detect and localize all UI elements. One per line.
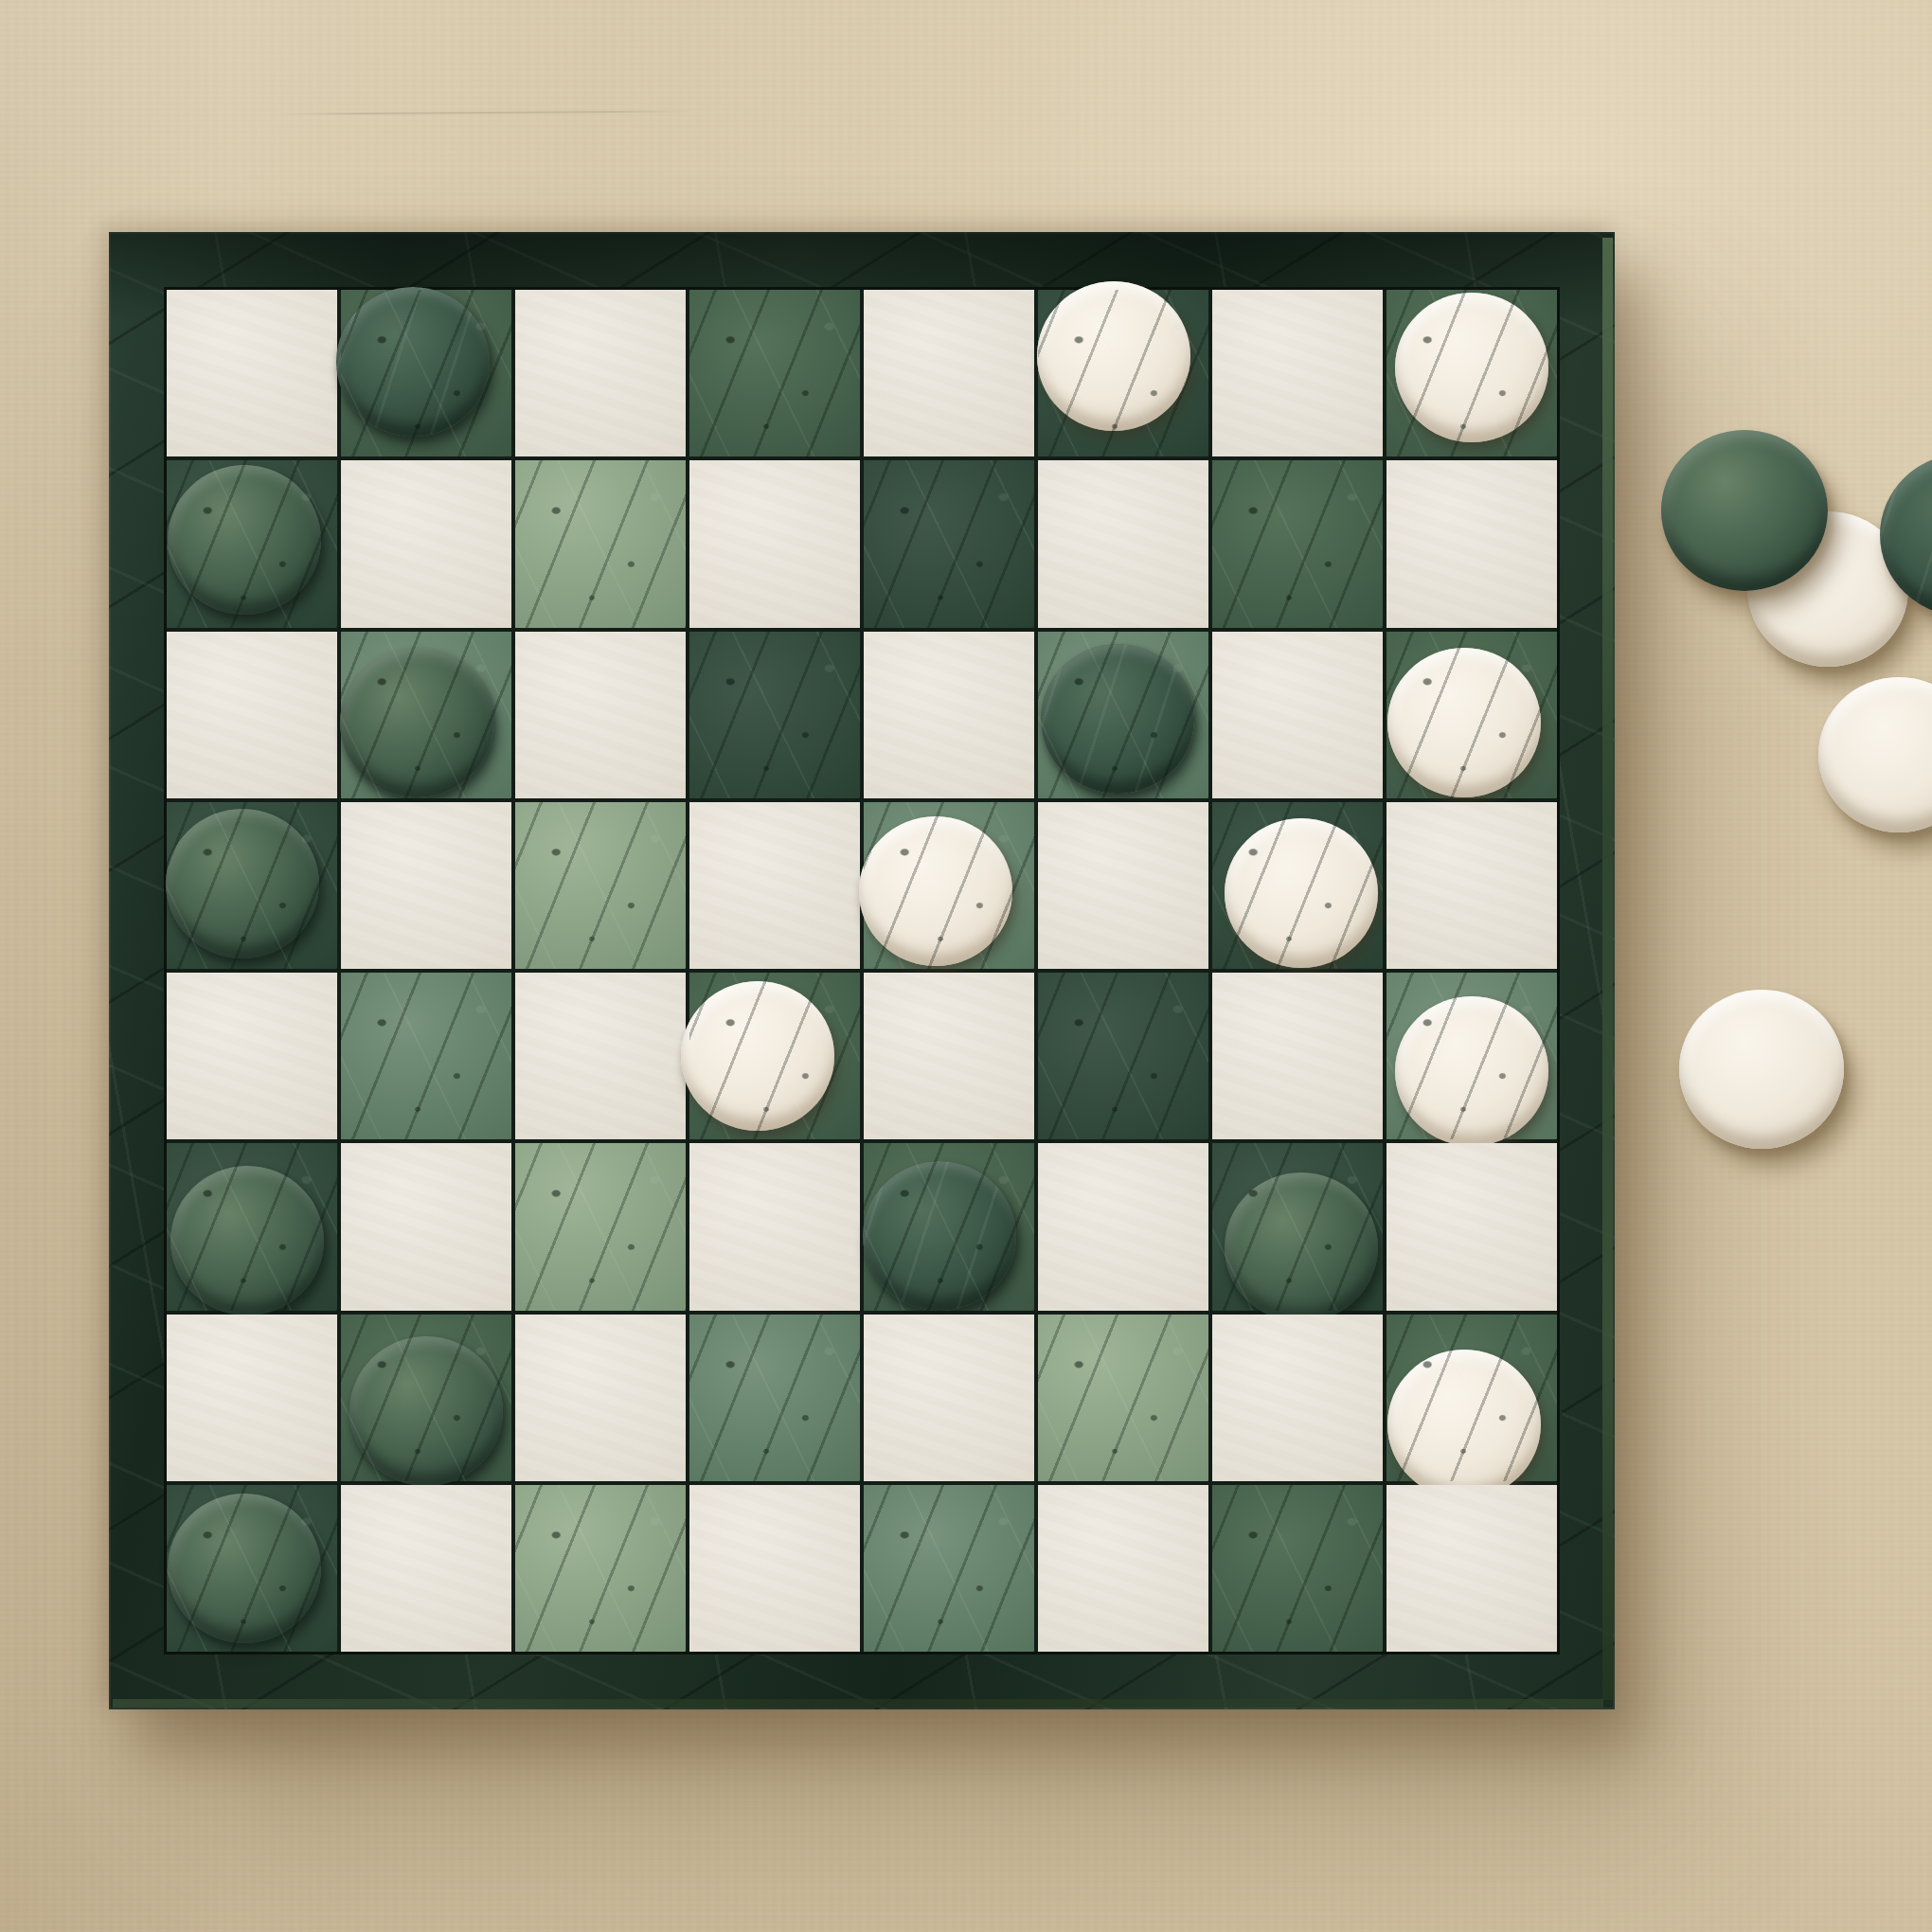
- square-r8c8: [1386, 1485, 1557, 1652]
- square-r6c8: [1386, 1143, 1557, 1310]
- square-r2c6: [1038, 460, 1208, 627]
- square-r7c8[interactable]: [1386, 1315, 1557, 1481]
- square-r1c5: [864, 290, 1034, 456]
- square-r3c3: [515, 632, 686, 798]
- square-r4c6: [1038, 802, 1208, 969]
- square-r6c4: [689, 1143, 860, 1310]
- square-r6c2: [341, 1143, 511, 1310]
- green-checker[interactable]: [170, 1166, 324, 1315]
- square-r8c1[interactable]: [167, 1485, 337, 1652]
- white-checker[interactable]: [1395, 293, 1548, 442]
- square-r1c8[interactable]: [1386, 290, 1557, 456]
- board-side-edge-bottom: [113, 1699, 1603, 1708]
- green-checker[interactable]: [1041, 644, 1194, 794]
- square-r7c2[interactable]: [341, 1315, 511, 1481]
- green-checker[interactable]: [168, 465, 321, 615]
- green-checker[interactable]: [168, 1494, 321, 1643]
- square-r8c2: [341, 1485, 511, 1652]
- square-r3c7: [1212, 632, 1383, 798]
- white-checker[interactable]: [1037, 281, 1190, 431]
- square-r1c2[interactable]: [341, 290, 511, 456]
- square-r1c4[interactable]: [689, 290, 860, 456]
- square-r6c6: [1038, 1143, 1208, 1310]
- green-checker[interactable]: [340, 648, 493, 797]
- square-r7c1: [167, 1315, 337, 1481]
- square-r5c6[interactable]: [1038, 973, 1208, 1139]
- white-checker-off-board[interactable]: [1679, 990, 1844, 1149]
- white-checker-off-board[interactable]: [1818, 677, 1932, 832]
- square-r6c3[interactable]: [515, 1143, 686, 1310]
- square-r7c4[interactable]: [689, 1315, 860, 1481]
- square-r2c8: [1386, 460, 1557, 627]
- square-r4c1[interactable]: [167, 802, 337, 969]
- square-r1c7: [1212, 290, 1383, 456]
- square-r2c1[interactable]: [167, 460, 337, 627]
- square-r2c5[interactable]: [864, 460, 1034, 627]
- square-r6c5[interactable]: [864, 1143, 1034, 1310]
- square-r4c8: [1386, 802, 1557, 969]
- square-r7c3: [515, 1315, 686, 1481]
- square-r3c6[interactable]: [1038, 632, 1208, 798]
- white-checker[interactable]: [1395, 996, 1548, 1146]
- square-r1c1: [167, 290, 337, 456]
- square-r3c4[interactable]: [689, 632, 860, 798]
- white-checker[interactable]: [859, 816, 1012, 966]
- square-r7c5: [864, 1315, 1034, 1481]
- white-checker[interactable]: [681, 981, 834, 1131]
- square-r5c4[interactable]: [689, 973, 860, 1139]
- square-r3c8[interactable]: [1386, 632, 1557, 798]
- square-r7c6[interactable]: [1038, 1315, 1208, 1481]
- square-r5c5: [864, 973, 1034, 1139]
- wall-seam-line: [277, 110, 693, 115]
- square-r3c5: [864, 632, 1034, 798]
- square-r8c5[interactable]: [864, 1485, 1034, 1652]
- green-checker[interactable]: [1225, 1172, 1378, 1322]
- square-r6c1[interactable]: [167, 1143, 337, 1310]
- square-r3c2[interactable]: [341, 632, 511, 798]
- square-r5c7: [1212, 973, 1383, 1139]
- square-r8c7[interactable]: [1212, 1485, 1383, 1652]
- green-checker[interactable]: [863, 1161, 1016, 1311]
- square-r8c6: [1038, 1485, 1208, 1652]
- wall-background: [0, 0, 1932, 1932]
- square-r5c8[interactable]: [1386, 973, 1557, 1139]
- square-r2c4: [689, 460, 860, 627]
- square-r4c2: [341, 802, 511, 969]
- green-checker[interactable]: [166, 809, 319, 958]
- square-r2c3[interactable]: [515, 460, 686, 627]
- board-playfield: [164, 287, 1560, 1655]
- square-r8c4: [689, 1485, 860, 1652]
- white-checker[interactable]: [1387, 1350, 1541, 1499]
- square-r4c5[interactable]: [864, 802, 1034, 969]
- square-r1c3: [515, 290, 686, 456]
- square-r2c7[interactable]: [1212, 460, 1383, 627]
- square-r1c6[interactable]: [1038, 290, 1208, 456]
- green-checker[interactable]: [349, 1336, 503, 1486]
- square-r5c2[interactable]: [341, 973, 511, 1139]
- checkers-board: [109, 232, 1615, 1709]
- board-side-edge-right: [1602, 238, 1613, 1700]
- square-r5c1: [167, 973, 337, 1139]
- square-r5c3: [515, 973, 686, 1139]
- green-checker[interactable]: [336, 287, 490, 437]
- square-r4c4: [689, 802, 860, 969]
- square-r4c7[interactable]: [1212, 802, 1383, 969]
- square-r2c2: [341, 460, 511, 627]
- square-r6c7[interactable]: [1212, 1143, 1383, 1310]
- square-r4c3[interactable]: [515, 802, 686, 969]
- green-checker-off-board[interactable]: [1661, 430, 1828, 591]
- white-checker[interactable]: [1225, 818, 1378, 968]
- square-r3c1: [167, 632, 337, 798]
- white-checker[interactable]: [1387, 648, 1541, 797]
- square-r8c3[interactable]: [515, 1485, 686, 1652]
- square-r7c7: [1212, 1315, 1383, 1481]
